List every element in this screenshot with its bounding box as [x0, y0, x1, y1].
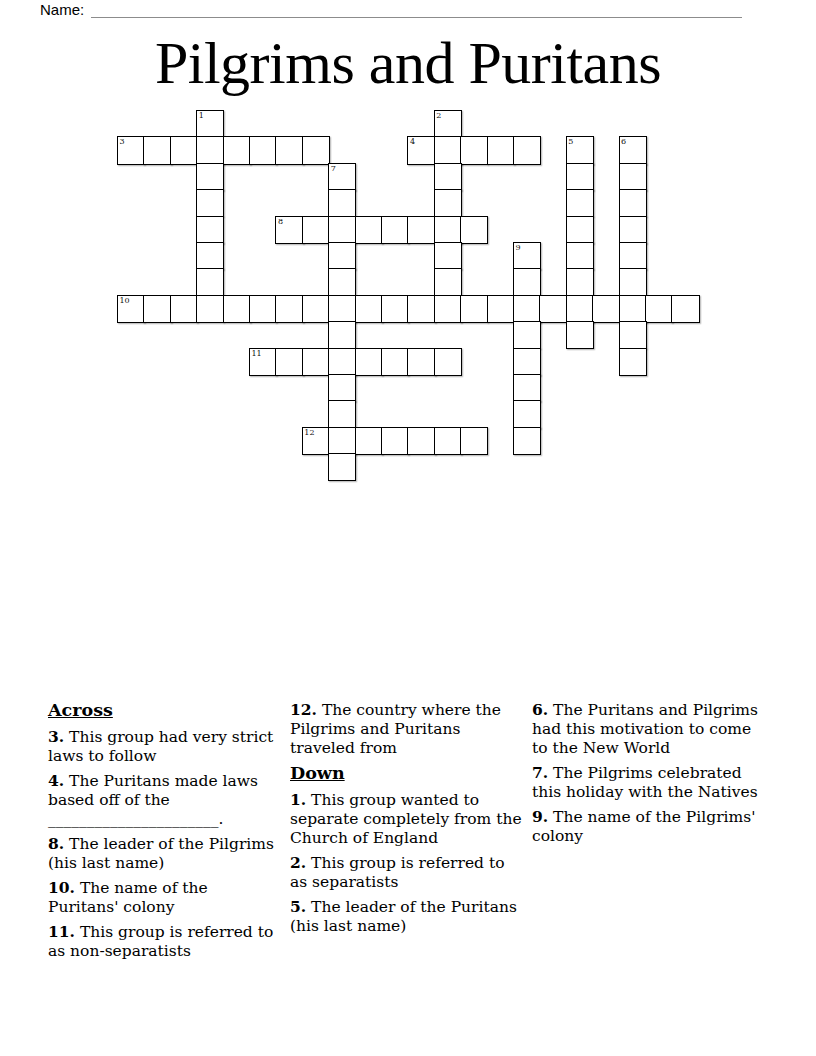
clue-number-label: 11. [48, 922, 75, 941]
clue-down-9: 9. The name of the Pilgrims' colony [532, 807, 764, 846]
cell-r3-c8[interactable] [328, 189, 356, 217]
name-row: Name: [40, 1, 742, 18]
cell-r6-c19[interactable] [619, 268, 647, 296]
cell-r7-c4[interactable] [223, 295, 251, 323]
cell-r1-c3[interactable] [196, 136, 224, 164]
cell-r3-c12[interactable] [434, 189, 462, 217]
cell-r7-c10[interactable] [381, 295, 409, 323]
clues-section: Across3. This group had very strict laws… [48, 700, 764, 966]
cell-r1-c12[interactable] [434, 136, 462, 164]
cell-r7-c2[interactable] [170, 295, 198, 323]
clue-number-label: 8. [48, 834, 64, 853]
cell-r12-c11[interactable] [407, 427, 435, 455]
cell-r1-c7[interactable] [302, 136, 330, 164]
clues-column-3: 6. The Puritans and Pilgrims had this mo… [532, 700, 764, 966]
clue-number-label: 4. [48, 771, 64, 790]
cell-r1-c4[interactable] [223, 136, 251, 164]
clue-number-label: 1. [290, 790, 306, 809]
cell-r7-c20[interactable] [645, 295, 673, 323]
cell-r7-c8[interactable] [328, 295, 356, 323]
cell-r1-c14[interactable] [487, 136, 515, 164]
clue-across-12: 12. The country where the Pilgrims and P… [290, 700, 522, 758]
cell-r3-c3[interactable] [196, 189, 224, 217]
cell-r4-c12[interactable] [434, 216, 462, 244]
cell-r0-c3[interactable]: 1 [196, 110, 224, 138]
clue-across-10: 10. The name of the Puritans' colony [48, 878, 280, 917]
cell-r9-c9[interactable] [355, 348, 383, 376]
cell-r0-c12[interactable]: 2 [434, 110, 462, 138]
cell-r1-c1[interactable] [143, 136, 171, 164]
cell-r3-c17[interactable] [566, 189, 594, 217]
cell-r4-c7[interactable] [302, 216, 330, 244]
clue-across-8: 8. The leader of the Pilgrims (his last … [48, 834, 280, 873]
cell-r5-c17[interactable] [566, 242, 594, 270]
cell-number-5: 5 [568, 137, 573, 146]
cell-r7-c1[interactable] [143, 295, 171, 323]
cell-r1-c17[interactable]: 5 [566, 136, 594, 164]
cell-r6-c15[interactable] [513, 268, 541, 296]
cell-r12-c13[interactable] [460, 427, 488, 455]
cell-number-2: 2 [436, 111, 441, 120]
cell-number-1: 1 [199, 111, 204, 120]
cell-r9-c8[interactable] [328, 348, 356, 376]
cell-r2-c17[interactable] [566, 163, 594, 191]
cell-r4-c6[interactable]: 8 [275, 216, 303, 244]
cell-r6-c12[interactable] [434, 268, 462, 296]
cell-number-9: 9 [516, 243, 521, 252]
cell-r9-c5[interactable]: 11 [249, 348, 277, 376]
cell-r8-c19[interactable] [619, 321, 647, 349]
name-blank-line[interactable] [91, 3, 742, 18]
clues-column-2: 12. The country where the Pilgrims and P… [290, 700, 522, 966]
cell-number-3: 3 [120, 137, 125, 146]
cell-r7-c7[interactable] [302, 295, 330, 323]
cell-r7-c0[interactable]: 10 [117, 295, 145, 323]
cell-r1-c15[interactable] [513, 136, 541, 164]
cell-r4-c17[interactable] [566, 216, 594, 244]
cell-r2-c19[interactable] [619, 163, 647, 191]
cell-r5-c8[interactable] [328, 242, 356, 270]
clue-number-label: 2. [290, 853, 306, 872]
clue-down-5: 5. The leader of the Puritans (his last … [290, 897, 522, 936]
cell-r7-c13[interactable] [460, 295, 488, 323]
cell-r12-c15[interactable] [513, 427, 541, 455]
cell-r7-c6[interactable] [275, 295, 303, 323]
cell-r4-c9[interactable] [355, 216, 383, 244]
clue-number-label: 3. [48, 727, 64, 746]
cell-r7-c11[interactable] [407, 295, 435, 323]
cell-r7-c3[interactable] [196, 295, 224, 323]
cell-r12-c9[interactable] [355, 427, 383, 455]
cell-r4-c8[interactable] [328, 216, 356, 244]
cell-r7-c14[interactable] [487, 295, 515, 323]
cell-r8-c17[interactable] [566, 321, 594, 349]
across-header: Across [48, 700, 280, 721]
clue-number-label: 7. [532, 763, 548, 782]
cell-r7-c18[interactable] [592, 295, 620, 323]
cell-r9-c6[interactable] [275, 348, 303, 376]
cell-r1-c5[interactable] [249, 136, 277, 164]
cell-number-8: 8 [278, 217, 283, 226]
cell-r12-c12[interactable] [434, 427, 462, 455]
cell-number-6: 6 [621, 137, 626, 146]
cell-r1-c6[interactable] [275, 136, 303, 164]
cell-r1-c11[interactable]: 4 [407, 136, 435, 164]
cell-r4-c10[interactable] [381, 216, 409, 244]
cell-r9-c10[interactable] [381, 348, 409, 376]
worksheet-page: Name: Pilgrims and Puritans 123456789101… [0, 0, 816, 1056]
cell-r8-c15[interactable] [513, 321, 541, 349]
cell-r4-c13[interactable] [460, 216, 488, 244]
cell-r5-c19[interactable] [619, 242, 647, 270]
cell-r7-c15[interactable] [513, 295, 541, 323]
cell-r12-c7[interactable]: 12 [302, 427, 330, 455]
cell-r1-c2[interactable] [170, 136, 198, 164]
cell-r9-c19[interactable] [619, 348, 647, 376]
cell-r9-c7[interactable] [302, 348, 330, 376]
cell-r9-c12[interactable] [434, 348, 462, 376]
cell-r9-c15[interactable] [513, 348, 541, 376]
cell-r2-c12[interactable] [434, 163, 462, 191]
cell-r5-c3[interactable] [196, 242, 224, 270]
clue-number-label: 12. [290, 700, 317, 719]
cell-r6-c3[interactable] [196, 268, 224, 296]
clue-down-6: 6. The Puritans and Pilgrims had this mo… [532, 700, 764, 758]
clue-down-1: 1. This group wanted to separate complet… [290, 790, 522, 848]
cell-r8-c8[interactable] [328, 321, 356, 349]
clue-across-3: 3. This group had very strict laws to fo… [48, 727, 280, 766]
cell-r9-c11[interactable] [407, 348, 435, 376]
cell-r1-c0[interactable]: 3 [117, 136, 145, 164]
crossword-grid: 123456789101112 [117, 110, 701, 483]
cell-number-4: 4 [410, 137, 415, 146]
cell-r7-c12[interactable] [434, 295, 462, 323]
cell-r1-c19[interactable]: 6 [619, 136, 647, 164]
down-header: Down [290, 763, 522, 784]
cell-r2-c3[interactable] [196, 163, 224, 191]
cell-r1-c13[interactable] [460, 136, 488, 164]
clue-down-7: 7. The Pilgrims celebrated this holiday … [532, 763, 764, 802]
page-title: Pilgrims and Puritans [0, 30, 816, 96]
clue-number-label: 9. [532, 807, 548, 826]
cell-r11-c8[interactable] [328, 400, 356, 428]
cell-r11-c15[interactable] [513, 400, 541, 428]
cell-r7-c19[interactable] [619, 295, 647, 323]
cell-r7-c17[interactable] [566, 295, 594, 323]
cell-number-10: 10 [120, 296, 130, 305]
cell-r4-c11[interactable] [407, 216, 435, 244]
clue-across-4: 4. The Puritans made laws based off of t… [48, 771, 280, 829]
cell-r6-c8[interactable] [328, 268, 356, 296]
clue-number-label: 10. [48, 878, 75, 897]
cell-r4-c19[interactable] [619, 216, 647, 244]
cell-number-12: 12 [304, 428, 314, 437]
cell-r10-c15[interactable] [513, 374, 541, 402]
cell-r10-c8[interactable] [328, 374, 356, 402]
cell-number-11: 11 [252, 349, 262, 358]
cell-r7-c21[interactable] [671, 295, 699, 323]
cell-r6-c17[interactable] [566, 268, 594, 296]
cell-r5-c12[interactable] [434, 242, 462, 270]
cell-r7-c9[interactable] [355, 295, 383, 323]
cell-r3-c19[interactable] [619, 189, 647, 217]
clue-number-label: 5. [290, 897, 306, 916]
clue-across-11: 11. This group is referred to as non-sep… [48, 922, 280, 961]
clue-down-2: 2. This group is referred to as separati… [290, 853, 522, 892]
cell-r5-c15[interactable]: 9 [513, 242, 541, 270]
cell-number-7: 7 [331, 164, 336, 173]
name-label: Name: [40, 1, 84, 18]
cell-r2-c8[interactable]: 7 [328, 163, 356, 191]
cell-r13-c8[interactable] [328, 453, 356, 481]
cell-r12-c8[interactable] [328, 427, 356, 455]
cell-r4-c3[interactable] [196, 216, 224, 244]
clues-column-1: Across3. This group had very strict laws… [48, 700, 280, 966]
cell-r7-c5[interactable] [249, 295, 277, 323]
clue-number-label: 6. [532, 700, 548, 719]
cell-r7-c16[interactable] [539, 295, 567, 323]
cell-r12-c10[interactable] [381, 427, 409, 455]
